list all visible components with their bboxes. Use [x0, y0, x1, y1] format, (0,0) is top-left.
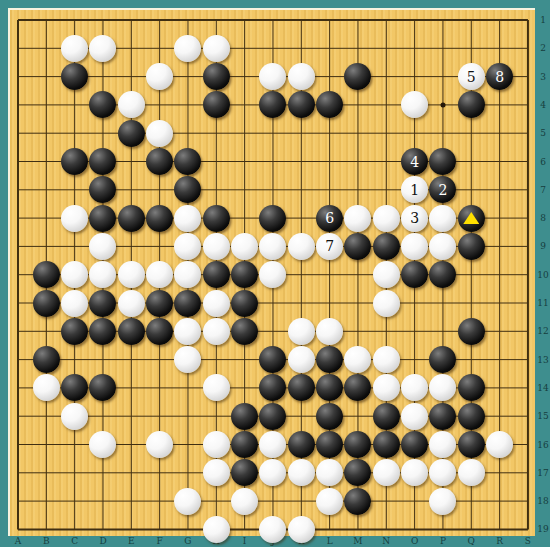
- col-label-N: N: [382, 537, 390, 546]
- row-label-7: 7: [540, 185, 546, 194]
- move-number-1: 1: [410, 183, 419, 197]
- stone-black-P15[interactable]: [429, 403, 456, 430]
- stone-black-H10[interactable]: [203, 261, 230, 288]
- col-label-O: O: [411, 537, 418, 546]
- row-label-15: 15: [537, 412, 548, 421]
- stone-black-B10[interactable]: [33, 261, 60, 288]
- stone-black-J15[interactable]: [259, 403, 286, 430]
- stone-black-L8[interactable]: 6: [316, 205, 343, 232]
- col-label-C: C: [71, 537, 78, 546]
- stone-white-N13[interactable]: [373, 346, 400, 373]
- stone-black-K4[interactable]: [288, 91, 315, 118]
- stone-white-G18[interactable]: [174, 488, 201, 515]
- stone-white-Q17[interactable]: [458, 459, 485, 486]
- stone-white-P18[interactable]: [429, 488, 456, 515]
- stone-black-I16[interactable]: [231, 431, 258, 458]
- stone-white-N10[interactable]: [373, 261, 400, 288]
- row-label-8: 8: [540, 214, 546, 223]
- stone-black-L15[interactable]: [316, 403, 343, 430]
- stone-white-E4[interactable]: [118, 91, 145, 118]
- col-label-E: E: [128, 537, 135, 546]
- stone-white-N11[interactable]: [373, 290, 400, 317]
- stone-white-P8[interactable]: [429, 205, 456, 232]
- stone-black-K14[interactable]: [288, 374, 315, 401]
- triangle-marker: [463, 212, 479, 224]
- stone-black-F6[interactable]: [146, 148, 173, 175]
- stone-black-B11[interactable]: [33, 290, 60, 317]
- row-label-5: 5: [540, 129, 546, 138]
- row-label-9: 9: [540, 242, 546, 251]
- stone-white-I9[interactable]: [231, 233, 258, 260]
- col-label-B: B: [43, 537, 50, 546]
- move-number-5: 5: [467, 70, 476, 84]
- stone-white-C11[interactable]: [61, 290, 88, 317]
- stone-black-D11[interactable]: [89, 290, 116, 317]
- stone-white-G8[interactable]: [174, 205, 201, 232]
- stone-black-C12[interactable]: [61, 318, 88, 345]
- stone-white-K17[interactable]: [288, 459, 315, 486]
- stone-black-H4[interactable]: [203, 91, 230, 118]
- stone-white-H17[interactable]: [203, 459, 230, 486]
- stone-black-I12[interactable]: [231, 318, 258, 345]
- stone-black-O6[interactable]: 4: [401, 148, 428, 175]
- stone-black-C6[interactable]: [61, 148, 88, 175]
- move-number-6: 6: [325, 211, 334, 225]
- stone-white-H2[interactable]: [203, 35, 230, 62]
- stone-white-H11[interactable]: [203, 290, 230, 317]
- stone-white-H9[interactable]: [203, 233, 230, 260]
- stone-black-Q9[interactable]: [458, 233, 485, 260]
- col-label-D: D: [99, 537, 106, 546]
- stone-white-I18[interactable]: [231, 488, 258, 515]
- stone-white-O15[interactable]: [401, 403, 428, 430]
- stone-white-E11[interactable]: [118, 290, 145, 317]
- stone-white-L9[interactable]: 7: [316, 233, 343, 260]
- col-label-R: R: [496, 537, 503, 546]
- stone-white-M8[interactable]: [344, 205, 371, 232]
- stone-black-K16[interactable]: [288, 431, 315, 458]
- stone-white-E10[interactable]: [118, 261, 145, 288]
- stone-white-N17[interactable]: [373, 459, 400, 486]
- col-label-A: A: [15, 537, 22, 546]
- stone-black-F11[interactable]: [146, 290, 173, 317]
- col-label-I: I: [243, 537, 247, 546]
- move-number-4: 4: [410, 155, 419, 169]
- move-number-3: 3: [410, 211, 419, 225]
- stone-black-I11[interactable]: [231, 290, 258, 317]
- stone-black-L16[interactable]: [316, 431, 343, 458]
- row-label-14: 14: [537, 383, 548, 392]
- stone-white-H14[interactable]: [203, 374, 230, 401]
- stone-black-R3[interactable]: 8: [486, 63, 513, 90]
- move-number-7: 7: [325, 239, 334, 253]
- stone-white-C8[interactable]: [61, 205, 88, 232]
- row-label-13: 13: [537, 355, 548, 364]
- stone-white-Q3[interactable]: 5: [458, 63, 485, 90]
- stone-white-K19[interactable]: [288, 516, 315, 543]
- stone-black-Q14[interactable]: [458, 374, 485, 401]
- stone-black-E12[interactable]: [118, 318, 145, 345]
- stone-black-Q4[interactable]: [458, 91, 485, 118]
- stone-black-F12[interactable]: [146, 318, 173, 345]
- stone-black-J8[interactable]: [259, 205, 286, 232]
- row-label-3: 3: [540, 72, 546, 81]
- stone-black-N16[interactable]: [373, 431, 400, 458]
- stone-black-Q16[interactable]: [458, 431, 485, 458]
- stone-white-C15[interactable]: [61, 403, 88, 430]
- col-label-Q: Q: [468, 537, 475, 546]
- col-label-F: F: [157, 537, 163, 546]
- stone-white-H12[interactable]: [203, 318, 230, 345]
- stone-black-M18[interactable]: [344, 488, 371, 515]
- stone-black-E8[interactable]: [118, 205, 145, 232]
- stone-black-I15[interactable]: [231, 403, 258, 430]
- stone-white-K13[interactable]: [288, 346, 315, 373]
- stone-white-O8[interactable]: 3: [401, 205, 428, 232]
- row-label-2: 2: [540, 44, 546, 53]
- stone-black-Q12[interactable]: [458, 318, 485, 345]
- stone-black-F8[interactable]: [146, 205, 173, 232]
- row-label-16: 16: [537, 440, 548, 449]
- row-label-17: 17: [537, 468, 548, 477]
- star-point: [440, 102, 445, 107]
- stone-black-N15[interactable]: [373, 403, 400, 430]
- stone-black-O16[interactable]: [401, 431, 428, 458]
- stone-white-C2[interactable]: [61, 35, 88, 62]
- col-label-M: M: [353, 537, 362, 546]
- row-label-19: 19: [537, 525, 548, 534]
- col-label-S: S: [525, 537, 531, 546]
- row-label-10: 10: [537, 270, 548, 279]
- row-label-18: 18: [537, 497, 548, 506]
- stone-black-E5[interactable]: [118, 120, 145, 147]
- stone-white-F5[interactable]: [146, 120, 173, 147]
- stone-white-K3[interactable]: [288, 63, 315, 90]
- col-label-G: G: [184, 537, 191, 546]
- stone-white-N8[interactable]: [373, 205, 400, 232]
- row-label-4: 4: [540, 100, 546, 109]
- stone-white-K9[interactable]: [288, 233, 315, 260]
- stone-white-F16[interactable]: [146, 431, 173, 458]
- stone-black-N9[interactable]: [373, 233, 400, 260]
- stone-black-Q8[interactable]: [458, 205, 485, 232]
- stone-white-L18[interactable]: [316, 488, 343, 515]
- stone-black-G11[interactable]: [174, 290, 201, 317]
- stone-black-H8[interactable]: [203, 205, 230, 232]
- stone-black-H3[interactable]: [203, 63, 230, 90]
- stone-white-R16[interactable]: [486, 431, 513, 458]
- stone-white-H19[interactable]: [203, 516, 230, 543]
- stone-white-K12[interactable]: [288, 318, 315, 345]
- stone-white-H16[interactable]: [203, 431, 230, 458]
- stone-white-O9[interactable]: [401, 233, 428, 260]
- move-number-2: 2: [438, 183, 447, 197]
- stone-black-Q15[interactable]: [458, 403, 485, 430]
- row-label-1: 1: [540, 16, 546, 25]
- stone-black-B13[interactable]: [33, 346, 60, 373]
- row-label-12: 12: [537, 327, 548, 336]
- row-label-6: 6: [540, 157, 546, 166]
- stone-white-L12[interactable]: [316, 318, 343, 345]
- move-number-8: 8: [495, 70, 504, 84]
- col-label-L: L: [327, 537, 333, 546]
- stone-black-D8[interactable]: [89, 205, 116, 232]
- go-diagram: ABCDEFGHIJKLMNOPQRS123456789101112131415…: [0, 0, 550, 547]
- col-label-P: P: [440, 537, 446, 546]
- row-label-11: 11: [537, 299, 548, 308]
- stone-white-N14[interactable]: [373, 374, 400, 401]
